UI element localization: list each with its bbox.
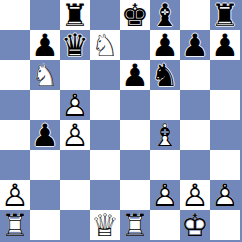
square-g5[interactable] (180, 90, 210, 120)
piece-outline-layer: ♙ (0, 180, 30, 210)
square-h6[interactable] (210, 60, 240, 90)
square-e4[interactable] (120, 120, 150, 150)
square-c5[interactable]: ♟♙ (60, 90, 90, 120)
piece-black-queen[interactable]: ♛ (60, 30, 90, 60)
square-c7[interactable]: ♛ (60, 30, 90, 60)
square-f5[interactable] (150, 90, 180, 120)
square-e8[interactable]: ♚ (120, 0, 150, 30)
square-b8[interactable] (30, 0, 60, 30)
piece-black-rook[interactable]: ♜ (210, 0, 240, 30)
square-g6[interactable] (180, 60, 210, 90)
square-f8[interactable]: ♝ (150, 0, 180, 30)
piece-black-rook[interactable]: ♜ (60, 0, 90, 30)
piece-black-pawn[interactable]: ♟ (120, 60, 150, 90)
piece-white-pawn[interactable]: ♟♙ (0, 180, 30, 210)
square-e7[interactable] (120, 30, 150, 60)
piece-glyph-layer: ♞ (150, 60, 180, 90)
square-a3[interactable] (0, 150, 30, 180)
square-a6[interactable] (0, 60, 30, 90)
square-d5[interactable] (90, 90, 120, 120)
piece-glyph-layer: ♝ (150, 0, 180, 30)
square-g2[interactable]: ♟♙ (180, 180, 210, 210)
piece-white-pawn[interactable]: ♟♙ (60, 120, 90, 150)
square-h8[interactable]: ♜ (210, 0, 240, 30)
piece-black-pawn[interactable]: ♟ (180, 30, 210, 60)
piece-outline-layer: ♘ (90, 30, 120, 60)
square-g1[interactable]: ♚♔ (180, 210, 210, 240)
square-d1[interactable]: ♛♕ (90, 210, 120, 240)
piece-white-queen[interactable]: ♛♕ (90, 210, 120, 240)
chess-board: ♜♚♝♜♟♛♞♘♟♟♟♞♘♟♞♟♙♟♟♙♝♗♟♙♟♙♟♙♟♙♜♖♛♕♜♖♚♔ (0, 0, 242, 242)
square-h1[interactable] (210, 210, 240, 240)
square-a4[interactable] (0, 120, 30, 150)
piece-outline-layer: ♙ (60, 90, 90, 120)
piece-glyph-layer: ♟ (150, 30, 180, 60)
square-f7[interactable]: ♟ (150, 30, 180, 60)
piece-black-pawn[interactable]: ♟ (150, 30, 180, 60)
piece-outline-layer: ♖ (0, 210, 30, 240)
square-d8[interactable] (90, 0, 120, 30)
square-a1[interactable]: ♜♖ (0, 210, 30, 240)
square-a7[interactable] (0, 30, 30, 60)
piece-white-rook[interactable]: ♜♖ (0, 210, 30, 240)
piece-outline-layer: ♘ (30, 60, 60, 90)
piece-outline-layer: ♙ (180, 180, 210, 210)
piece-white-rook[interactable]: ♜♖ (120, 210, 150, 240)
piece-glyph-layer: ♚ (120, 0, 150, 30)
square-g3[interactable] (180, 150, 210, 180)
piece-outline-layer: ♙ (210, 180, 240, 210)
piece-white-pawn[interactable]: ♟♙ (180, 180, 210, 210)
square-e2[interactable] (120, 180, 150, 210)
piece-white-pawn[interactable]: ♟♙ (60, 90, 90, 120)
piece-outline-layer: ♙ (60, 120, 90, 150)
piece-outline-layer: ♗ (150, 120, 180, 150)
piece-glyph-layer: ♟ (120, 60, 150, 90)
piece-outline-layer: ♖ (120, 210, 150, 240)
piece-outline-layer: ♙ (150, 180, 180, 210)
square-g8[interactable] (180, 0, 210, 30)
square-e3[interactable] (120, 150, 150, 180)
square-b4[interactable]: ♟ (30, 120, 60, 150)
piece-glyph-layer: ♟ (30, 30, 60, 60)
square-f6[interactable]: ♞ (150, 60, 180, 90)
piece-glyph-layer: ♟ (30, 120, 60, 150)
square-h3[interactable] (210, 150, 240, 180)
square-f3[interactable] (150, 150, 180, 180)
square-e5[interactable] (120, 90, 150, 120)
piece-glyph-layer: ♟ (180, 30, 210, 60)
square-a5[interactable] (0, 90, 30, 120)
square-f1[interactable] (150, 210, 180, 240)
square-h5[interactable] (210, 90, 240, 120)
piece-black-knight[interactable]: ♞ (150, 60, 180, 90)
square-c2[interactable] (60, 180, 90, 210)
square-e1[interactable]: ♜♖ (120, 210, 150, 240)
piece-white-pawn[interactable]: ♟♙ (150, 180, 180, 210)
square-h4[interactable] (210, 120, 240, 150)
piece-black-bishop[interactable]: ♝ (150, 0, 180, 30)
square-b1[interactable] (30, 210, 60, 240)
piece-white-knight[interactable]: ♞♘ (90, 30, 120, 60)
square-a2[interactable]: ♟♙ (0, 180, 30, 210)
square-c1[interactable] (60, 210, 90, 240)
square-e6[interactable]: ♟ (120, 60, 150, 90)
piece-white-knight[interactable]: ♞♘ (30, 60, 60, 90)
piece-outline-layer: ♔ (180, 210, 210, 240)
piece-black-king[interactable]: ♚ (120, 0, 150, 30)
square-f4[interactable]: ♝♗ (150, 120, 180, 150)
square-d3[interactable] (90, 150, 120, 180)
piece-glyph-layer: ♜ (210, 0, 240, 30)
square-d7[interactable]: ♞♘ (90, 30, 120, 60)
square-d6[interactable] (90, 60, 120, 90)
square-h2[interactable]: ♟♙ (210, 180, 240, 210)
piece-white-pawn[interactable]: ♟♙ (210, 180, 240, 210)
piece-glyph-layer: ♛ (60, 30, 90, 60)
square-c4[interactable]: ♟♙ (60, 120, 90, 150)
piece-black-pawn[interactable]: ♟ (210, 30, 240, 60)
square-b3[interactable] (30, 150, 60, 180)
square-d2[interactable] (90, 180, 120, 210)
piece-glyph-layer: ♜ (60, 0, 90, 30)
piece-black-pawn[interactable]: ♟ (30, 120, 60, 150)
piece-white-king[interactable]: ♚♔ (180, 210, 210, 240)
square-c6[interactable] (60, 60, 90, 90)
square-f2[interactable]: ♟♙ (150, 180, 180, 210)
square-g7[interactable]: ♟ (180, 30, 210, 60)
piece-outline-layer: ♕ (90, 210, 120, 240)
square-g4[interactable] (180, 120, 210, 150)
square-h7[interactable]: ♟ (210, 30, 240, 60)
square-d4[interactable] (90, 120, 120, 150)
square-b2[interactable] (30, 180, 60, 210)
square-c3[interactable] (60, 150, 90, 180)
square-a8[interactable] (0, 0, 30, 30)
piece-glyph-layer: ♟ (210, 30, 240, 60)
square-c8[interactable]: ♜ (60, 0, 90, 30)
square-b5[interactable] (30, 90, 60, 120)
square-b7[interactable]: ♟ (30, 30, 60, 60)
piece-white-bishop[interactable]: ♝♗ (150, 120, 180, 150)
piece-black-pawn[interactable]: ♟ (30, 30, 60, 60)
square-b6[interactable]: ♞♘ (30, 60, 60, 90)
